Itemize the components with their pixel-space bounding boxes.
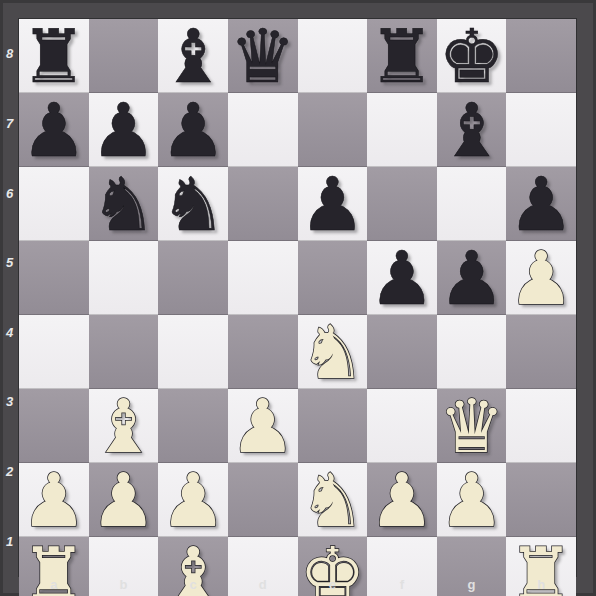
- square-d5[interactable]: [228, 241, 298, 315]
- file-label-d: d: [228, 575, 298, 596]
- file-label-e: e: [298, 575, 368, 596]
- rank-label-2: 2: [0, 437, 19, 507]
- piece-black-pawn[interactable]: ♟: [369, 241, 435, 315]
- square-h6[interactable]: ♟: [506, 167, 576, 241]
- square-e4[interactable]: ♞: [298, 315, 368, 389]
- square-g8[interactable]: ♚: [437, 19, 507, 93]
- file-label-g: g: [437, 575, 507, 596]
- rank-label-5: 5: [0, 228, 19, 298]
- square-a5[interactable]: [19, 241, 89, 315]
- square-c4[interactable]: [158, 315, 228, 389]
- square-d8[interactable]: ♛: [228, 19, 298, 93]
- square-g4[interactable]: [437, 315, 507, 389]
- chess-board-frame: 87654321 ♜♝♛♜♚♟♟♟♝♞♞♟♟♟♟♟♞♝♟♛♟♟♟♞♟♟♜♝♚♜ …: [0, 0, 596, 596]
- piece-black-pawn[interactable]: ♟: [21, 93, 87, 167]
- rank-label-1: 1: [0, 506, 19, 576]
- piece-white-pawn[interactable]: ♟: [21, 463, 87, 537]
- square-h5[interactable]: ♟: [506, 241, 576, 315]
- piece-black-pawn[interactable]: ♟: [90, 93, 156, 167]
- square-e7[interactable]: [298, 93, 368, 167]
- square-b3[interactable]: ♝: [89, 389, 159, 463]
- piece-black-rook[interactable]: ♜: [21, 19, 87, 93]
- square-c5[interactable]: [158, 241, 228, 315]
- piece-black-bishop[interactable]: ♝: [438, 93, 504, 167]
- file-label-c: c: [158, 575, 228, 596]
- square-b8[interactable]: [89, 19, 159, 93]
- square-e8[interactable]: [298, 19, 368, 93]
- square-g3[interactable]: ♛: [437, 389, 507, 463]
- piece-black-bishop[interactable]: ♝: [160, 19, 226, 93]
- rank-labels: 87654321: [0, 19, 19, 576]
- piece-white-pawn[interactable]: ♟: [508, 241, 574, 315]
- piece-white-pawn[interactable]: ♟: [160, 463, 226, 537]
- piece-black-king[interactable]: ♚: [438, 19, 504, 93]
- square-d2[interactable]: [228, 463, 298, 537]
- rank-label-8: 8: [0, 19, 19, 89]
- square-d6[interactable]: [228, 167, 298, 241]
- square-c7[interactable]: ♟: [158, 93, 228, 167]
- square-g6[interactable]: [437, 167, 507, 241]
- square-f7[interactable]: [367, 93, 437, 167]
- file-label-h: h: [506, 575, 576, 596]
- piece-black-pawn[interactable]: ♟: [299, 167, 365, 241]
- square-a6[interactable]: [19, 167, 89, 241]
- piece-black-pawn[interactable]: ♟: [508, 167, 574, 241]
- square-g5[interactable]: ♟: [437, 241, 507, 315]
- piece-black-pawn[interactable]: ♟: [160, 93, 226, 167]
- square-a4[interactable]: [19, 315, 89, 389]
- piece-black-knight[interactable]: ♞: [160, 167, 226, 241]
- square-h4[interactable]: [506, 315, 576, 389]
- square-h7[interactable]: [506, 93, 576, 167]
- square-c8[interactable]: ♝: [158, 19, 228, 93]
- square-g7[interactable]: ♝: [437, 93, 507, 167]
- square-d7[interactable]: [228, 93, 298, 167]
- square-a3[interactable]: [19, 389, 89, 463]
- square-h8[interactable]: [506, 19, 576, 93]
- file-labels: abcdefgh: [19, 575, 576, 596]
- square-d3[interactable]: ♟: [228, 389, 298, 463]
- square-c2[interactable]: ♟: [158, 463, 228, 537]
- square-d4[interactable]: [228, 315, 298, 389]
- square-f6[interactable]: [367, 167, 437, 241]
- square-g2[interactable]: ♟: [437, 463, 507, 537]
- square-e2[interactable]: ♞: [298, 463, 368, 537]
- rank-label-3: 3: [0, 367, 19, 437]
- square-h2[interactable]: [506, 463, 576, 537]
- file-label-b: b: [89, 575, 159, 596]
- square-b2[interactable]: ♟: [89, 463, 159, 537]
- square-a7[interactable]: ♟: [19, 93, 89, 167]
- square-a8[interactable]: ♜: [19, 19, 89, 93]
- piece-white-pawn[interactable]: ♟: [230, 389, 296, 463]
- file-label-a: a: [19, 575, 89, 596]
- chess-board: ♜♝♛♜♚♟♟♟♝♞♞♟♟♟♟♟♞♝♟♛♟♟♟♞♟♟♜♝♚♜: [19, 19, 576, 576]
- square-e3[interactable]: [298, 389, 368, 463]
- piece-white-pawn[interactable]: ♟: [369, 463, 435, 537]
- piece-white-knight[interactable]: ♞: [299, 463, 365, 537]
- piece-white-bishop[interactable]: ♝: [90, 389, 156, 463]
- square-f2[interactable]: ♟: [367, 463, 437, 537]
- square-f3[interactable]: [367, 389, 437, 463]
- square-e5[interactable]: [298, 241, 368, 315]
- rank-label-6: 6: [0, 158, 19, 228]
- square-b7[interactable]: ♟: [89, 93, 159, 167]
- square-f8[interactable]: ♜: [367, 19, 437, 93]
- piece-white-pawn[interactable]: ♟: [438, 463, 504, 537]
- square-b5[interactable]: [89, 241, 159, 315]
- square-c3[interactable]: [158, 389, 228, 463]
- rank-label-7: 7: [0, 89, 19, 159]
- piece-white-queen[interactable]: ♛: [438, 389, 504, 463]
- piece-black-pawn[interactable]: ♟: [438, 241, 504, 315]
- piece-black-knight[interactable]: ♞: [90, 167, 156, 241]
- square-e6[interactable]: ♟: [298, 167, 368, 241]
- piece-black-queen[interactable]: ♛: [230, 19, 296, 93]
- piece-black-rook[interactable]: ♜: [369, 19, 435, 93]
- piece-white-pawn[interactable]: ♟: [90, 463, 156, 537]
- square-c6[interactable]: ♞: [158, 167, 228, 241]
- square-b6[interactable]: ♞: [89, 167, 159, 241]
- square-b4[interactable]: [89, 315, 159, 389]
- square-f5[interactable]: ♟: [367, 241, 437, 315]
- square-a2[interactable]: ♟: [19, 463, 89, 537]
- file-label-f: f: [367, 575, 437, 596]
- rank-label-4: 4: [0, 298, 19, 368]
- square-h3[interactable]: [506, 389, 576, 463]
- piece-white-knight[interactable]: ♞: [299, 315, 365, 389]
- square-f4[interactable]: [367, 315, 437, 389]
